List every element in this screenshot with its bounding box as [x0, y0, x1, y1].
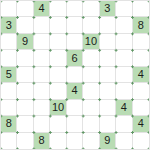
empty-cell-r1c6[interactable] [100, 17, 116, 33]
empty-cell-r3c5[interactable] [83, 50, 99, 66]
empty-cell-r5c5[interactable] [83, 83, 99, 99]
empty-cell-r1c4[interactable] [67, 17, 83, 33]
empty-cell-r5c3[interactable] [50, 83, 66, 99]
empty-cell-r0c1[interactable] [17, 1, 33, 17]
empty-cell-r6c8[interactable] [133, 100, 149, 116]
empty-cell-r0c7[interactable] [116, 1, 132, 17]
empty-cell-r3c2[interactable] [34, 50, 50, 66]
clue-cell-r7c8: 4 [133, 116, 149, 132]
clue-cell-r6c7: 4 [116, 100, 132, 116]
clue-cell-r2c1: 9 [17, 34, 33, 50]
empty-cell-r2c4[interactable] [67, 34, 83, 50]
empty-cell-r7c5[interactable] [83, 116, 99, 132]
empty-cell-r4c3[interactable] [50, 67, 66, 83]
empty-cell-r5c1[interactable] [17, 83, 33, 99]
empty-cell-r1c7[interactable] [116, 17, 132, 33]
clue-cell-r8c2: 8 [34, 133, 50, 149]
empty-cell-r6c1[interactable] [17, 100, 33, 116]
empty-cell-r3c0[interactable] [1, 50, 17, 66]
empty-cell-r2c6[interactable] [100, 34, 116, 50]
empty-cell-r1c1[interactable] [17, 17, 33, 33]
empty-cell-r4c1[interactable] [17, 67, 33, 83]
empty-cell-r3c6[interactable] [100, 50, 116, 66]
clue-cell-r0c6: 3 [100, 1, 116, 17]
clue-cell-r1c8: 8 [133, 17, 149, 33]
empty-cell-r2c0[interactable] [1, 34, 17, 50]
kurodoko-board: 433891065441048489 [0, 0, 150, 150]
empty-cell-r7c6[interactable] [100, 116, 116, 132]
empty-cell-r3c1[interactable] [17, 50, 33, 66]
empty-cell-r4c7[interactable] [116, 67, 132, 83]
empty-cell-r3c7[interactable] [116, 50, 132, 66]
empty-cell-r1c2[interactable] [34, 17, 50, 33]
empty-cell-r7c3[interactable] [50, 116, 66, 132]
clue-cell-r7c0: 8 [1, 116, 17, 132]
empty-cell-r6c6[interactable] [100, 100, 116, 116]
empty-cell-r2c8[interactable] [133, 34, 149, 50]
empty-cell-r7c4[interactable] [67, 116, 83, 132]
empty-cell-r1c5[interactable] [83, 17, 99, 33]
empty-cell-r5c8[interactable] [133, 83, 149, 99]
empty-cell-r8c3[interactable] [50, 133, 66, 149]
empty-cell-r2c2[interactable] [34, 34, 50, 50]
empty-cell-r4c6[interactable] [100, 67, 116, 83]
clue-cell-r2c5: 10 [83, 34, 99, 50]
empty-cell-r5c6[interactable] [100, 83, 116, 99]
empty-cell-r8c1[interactable] [17, 133, 33, 149]
clue-cell-r6c3: 10 [50, 100, 66, 116]
empty-cell-r5c7[interactable] [116, 83, 132, 99]
empty-cell-r2c3[interactable] [50, 34, 66, 50]
empty-cell-r6c4[interactable] [67, 100, 83, 116]
empty-cell-r8c5[interactable] [83, 133, 99, 149]
empty-cell-r8c7[interactable] [116, 133, 132, 149]
empty-cell-r8c4[interactable] [67, 133, 83, 149]
empty-cell-r7c7[interactable] [116, 116, 132, 132]
empty-cell-r8c0[interactable] [1, 133, 17, 149]
empty-cell-r5c2[interactable] [34, 83, 50, 99]
empty-cell-r7c2[interactable] [34, 116, 50, 132]
empty-cell-r6c0[interactable] [1, 100, 17, 116]
empty-cell-r4c4[interactable] [67, 67, 83, 83]
empty-cell-r5c0[interactable] [1, 83, 17, 99]
empty-cell-r6c2[interactable] [34, 100, 50, 116]
empty-cell-r0c3[interactable] [50, 1, 66, 17]
clue-cell-r4c8: 4 [133, 67, 149, 83]
clue-cell-r1c0: 3 [1, 17, 17, 33]
clue-cell-r8c6: 9 [100, 133, 116, 149]
empty-cell-r6c5[interactable] [83, 100, 99, 116]
empty-cell-r7c1[interactable] [17, 116, 33, 132]
clue-cell-r4c0: 5 [1, 67, 17, 83]
empty-cell-r0c8[interactable] [133, 1, 149, 17]
clue-cell-r0c2: 4 [34, 1, 50, 17]
empty-cell-r2c7[interactable] [116, 34, 132, 50]
empty-cell-r4c5[interactable] [83, 67, 99, 83]
empty-cell-r8c8[interactable] [133, 133, 149, 149]
clue-cell-r5c4: 4 [67, 83, 83, 99]
empty-cell-r3c8[interactable] [133, 50, 149, 66]
empty-cell-r0c4[interactable] [67, 1, 83, 17]
empty-cell-r4c2[interactable] [34, 67, 50, 83]
empty-cell-r0c5[interactable] [83, 1, 99, 17]
empty-cell-r1c3[interactable] [50, 17, 66, 33]
empty-cell-r3c3[interactable] [50, 50, 66, 66]
empty-cell-r0c0[interactable] [1, 1, 17, 17]
clue-cell-r3c4: 6 [67, 50, 83, 66]
